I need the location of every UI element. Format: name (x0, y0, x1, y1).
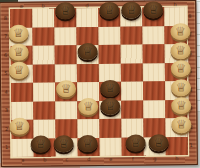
file-label-e: e (100, 154, 122, 165)
rank-label-1: 1 (2, 138, 12, 157)
crown-engraving-icon: ♕ (175, 44, 186, 56)
file-label-b: b (34, 154, 56, 165)
square-f7[interactable] (120, 26, 142, 45)
square-g4[interactable] (143, 81, 165, 100)
board-frame: abcdefgh abcdefgh 87654321 87654321 ♕♕♕♕… (0, 0, 198, 167)
checker-light-a2[interactable]: ♕ (9, 117, 29, 134)
square-c6[interactable] (55, 45, 77, 64)
crown-engraving-icon: ♕ (105, 82, 116, 94)
square-e6[interactable] (99, 45, 121, 64)
checker-dark-d6[interactable]: ♕ (78, 43, 98, 60)
rank-label-1: 1 (186, 136, 197, 155)
square-c3[interactable] (55, 101, 77, 120)
square-b6[interactable] (33, 45, 55, 64)
square-a4[interactable] (11, 83, 33, 102)
rank-label-8: 8 (184, 7, 195, 26)
rank-label-3: 3 (1, 101, 11, 120)
file-label-d: d (78, 154, 100, 165)
crown-engraving-icon: ♕ (83, 100, 94, 112)
checker-dark-c8[interactable]: ♕ (55, 2, 75, 19)
file-label-f: f (122, 154, 144, 165)
rank-label-4: 4 (1, 83, 11, 102)
file-label-g: g (144, 153, 166, 164)
square-c7[interactable] (54, 27, 76, 46)
checker-dark-f8[interactable]: ♕ (121, 1, 141, 18)
checker-light-h6[interactable]: ♕ (171, 42, 191, 59)
playing-area: ♕♕♕♕♕♕♕♕♕♕♕♕♕♕♕♕♕♕♕♕♕♕♕♕ (10, 7, 188, 157)
file-labels-bottom: abcdefgh (12, 153, 188, 166)
square-d5[interactable] (77, 63, 99, 82)
checker-dark-e8[interactable]: ♕ (99, 2, 119, 19)
square-d8[interactable] (76, 8, 98, 27)
square-b5[interactable] (33, 64, 55, 83)
crown-engraving-icon: ♕ (13, 46, 24, 58)
crown-engraving-icon: ♕ (14, 120, 25, 132)
crown-engraving-icon: ♕ (176, 118, 187, 130)
checker-light-c4[interactable]: ♕ (56, 80, 76, 97)
square-g5[interactable] (143, 63, 165, 82)
checker-light-h2[interactable]: ♕ (171, 116, 191, 133)
board-photo: abcdefgh abcdefgh 87654321 87654321 ♕♕♕♕… (0, 0, 200, 168)
crown-engraving-icon: ♕ (148, 3, 159, 15)
crown-engraving-icon: ♕ (153, 137, 164, 149)
square-b4[interactable] (33, 82, 55, 101)
checker-light-h4[interactable]: ♕ (171, 79, 191, 96)
file-label-d: d (76, 2, 98, 8)
crown-engraving-icon: ♕ (82, 137, 93, 149)
square-b7[interactable] (32, 27, 54, 46)
file-label-h: h (164, 1, 186, 7)
crown-engraving-icon: ♕ (175, 62, 186, 74)
crown-engraving-icon: ♕ (13, 27, 24, 39)
crown-engraving-icon: ♕ (61, 82, 72, 94)
file-label-c: c (56, 154, 78, 165)
square-f6[interactable] (121, 45, 143, 64)
square-e2[interactable] (99, 119, 121, 138)
square-e7[interactable] (98, 26, 120, 45)
crown-engraving-icon: ♕ (13, 64, 24, 76)
crown-engraving-icon: ♕ (58, 138, 69, 150)
square-f5[interactable] (121, 63, 143, 82)
square-b3[interactable] (33, 101, 55, 120)
crown-engraving-icon: ♕ (104, 4, 115, 16)
crown-engraving-icon: ♕ (60, 4, 71, 16)
square-g6[interactable] (143, 44, 165, 63)
file-label-b: b (32, 2, 54, 8)
crown-engraving-icon: ♕ (82, 45, 93, 57)
square-a3[interactable] (11, 101, 33, 120)
square-f3[interactable] (121, 100, 143, 119)
square-g7[interactable] (142, 26, 164, 45)
crown-engraving-icon: ♕ (176, 81, 187, 93)
crown-engraving-icon: ♕ (176, 99, 187, 111)
checker-dark-g8[interactable]: ♕ (143, 1, 163, 18)
checker-dark-e4[interactable]: ♕ (100, 80, 120, 97)
crown-engraving-icon: ♕ (130, 137, 141, 149)
checker-light-a6[interactable]: ♕ (9, 43, 29, 60)
crown-engraving-icon: ♕ (35, 138, 46, 150)
crown-engraving-icon: ♕ (105, 100, 116, 112)
square-b8[interactable] (32, 8, 54, 27)
file-label-h: h (166, 153, 188, 164)
file-label-a: a (12, 155, 34, 166)
rank-label-8: 8 (0, 9, 10, 28)
square-g3[interactable] (143, 100, 165, 119)
square-f4[interactable] (121, 82, 143, 101)
crown-engraving-icon: ♕ (126, 3, 137, 15)
crown-engraving-icon: ♕ (175, 25, 186, 37)
file-label-a: a (10, 3, 32, 9)
